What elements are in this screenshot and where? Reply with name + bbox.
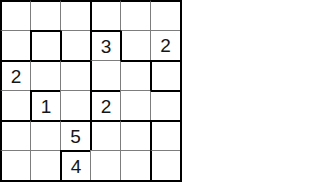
cell-r6c1[interactable] [0, 150, 30, 180]
cell-r4c2[interactable]: 1 [30, 90, 60, 120]
cell-r1c4[interactable] [90, 0, 120, 30]
cell-r5c1[interactable] [0, 120, 30, 150]
cell-r3c5[interactable] [120, 60, 150, 90]
cell-r1c3[interactable] [60, 0, 90, 30]
cell-r6c6[interactable] [150, 150, 180, 180]
cell-r3c1[interactable]: 2 [0, 60, 30, 90]
cell-r3c3[interactable] [60, 60, 90, 90]
cell-r2c6[interactable]: 2 [150, 30, 180, 60]
cell-r4c6[interactable] [150, 90, 180, 120]
page: 3221254 [0, 0, 320, 182]
cell-r1c1[interactable] [0, 0, 30, 30]
cell-r4c1[interactable] [0, 90, 30, 120]
cell-r5c2[interactable] [30, 120, 60, 150]
cell-r5c3[interactable]: 5 [60, 120, 90, 150]
cell-r2c2[interactable] [30, 30, 60, 60]
cell-r2c1[interactable] [0, 30, 30, 60]
puzzle-board: 3221254 [0, 0, 182, 182]
cell-r1c6[interactable] [150, 0, 180, 30]
cell-r1c5[interactable] [120, 0, 150, 30]
cell-r2c4[interactable]: 3 [90, 30, 120, 60]
cell-r4c4[interactable]: 2 [90, 90, 120, 120]
cell-r2c3[interactable] [60, 30, 90, 60]
cell-r3c2[interactable] [30, 60, 60, 90]
cell-r1c2[interactable] [30, 0, 60, 30]
cell-r5c5[interactable] [120, 120, 150, 150]
cell-r3c4[interactable] [90, 60, 120, 90]
cell-r2c5[interactable] [120, 30, 150, 60]
cell-r6c2[interactable] [30, 150, 60, 180]
cell-r6c4[interactable] [90, 150, 120, 180]
cell-r3c6[interactable] [150, 60, 180, 90]
cell-r5c6[interactable] [150, 120, 180, 150]
cell-r4c5[interactable] [120, 90, 150, 120]
cell-r6c3[interactable]: 4 [60, 150, 90, 180]
cell-r6c5[interactable] [120, 150, 150, 180]
cell-r4c3[interactable] [60, 90, 90, 120]
cell-r5c4[interactable] [90, 120, 120, 150]
